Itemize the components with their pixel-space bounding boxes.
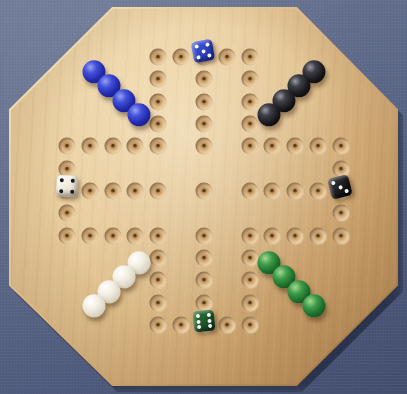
hole-track-8[interactable] <box>241 138 258 155</box>
hole-track-15[interactable] <box>332 205 349 222</box>
hole-home-left-3[interactable] <box>150 182 167 199</box>
hole-track-30[interactable] <box>150 272 167 289</box>
hole-home-bottom-0[interactable] <box>195 227 212 244</box>
hole-home-top-1[interactable] <box>195 93 212 110</box>
die-blue[interactable] <box>191 39 215 63</box>
die-pip <box>205 42 210 47</box>
hole-track-10[interactable] <box>287 138 304 155</box>
hole-track-32[interactable] <box>150 227 167 244</box>
hole-track-19[interactable] <box>264 227 281 244</box>
hole-track-25[interactable] <box>218 316 235 333</box>
hole-track-31[interactable] <box>150 249 167 266</box>
hole-track-33[interactable] <box>127 227 144 244</box>
hole-track-29[interactable] <box>150 294 167 311</box>
hole-track-34[interactable] <box>104 227 121 244</box>
marble-green-3[interactable] <box>302 295 325 318</box>
die-pip <box>196 319 200 323</box>
die-pip <box>207 312 211 316</box>
hole-track-4[interactable] <box>241 49 258 66</box>
hole-home-left-1[interactable] <box>104 182 121 199</box>
die-pip <box>71 178 75 182</box>
die-pip <box>59 178 63 182</box>
hole-home-bottom-1[interactable] <box>195 249 212 266</box>
hole-track-20[interactable] <box>241 227 258 244</box>
die-pip <box>330 180 335 185</box>
hole-track-44[interactable] <box>150 138 167 155</box>
marble-black-3[interactable] <box>258 104 281 127</box>
die-pip <box>197 325 201 329</box>
die-pip <box>345 189 350 194</box>
hole-track-0[interactable] <box>150 49 167 66</box>
hole-home-top-3[interactable] <box>195 138 212 155</box>
marble-blue-3[interactable] <box>127 104 150 127</box>
hole-track-41[interactable] <box>81 138 98 155</box>
die-green[interactable] <box>192 309 215 332</box>
photo-scene <box>0 0 407 394</box>
hole-track-21[interactable] <box>241 249 258 266</box>
die-pip <box>208 318 212 322</box>
hole-track-46[interactable] <box>150 93 167 110</box>
hole-track-6[interactable] <box>241 93 258 110</box>
die-pip <box>196 55 201 60</box>
die-pip <box>338 185 343 190</box>
hole-track-47[interactable] <box>150 71 167 88</box>
die-pip <box>208 324 212 328</box>
hole-track-40[interactable] <box>59 138 76 155</box>
hole-track-9[interactable] <box>264 138 281 155</box>
hole-home-top-0[interactable] <box>195 71 212 88</box>
hole-home-bottom-2[interactable] <box>195 272 212 289</box>
die-pip <box>70 190 74 194</box>
hole-home-right-3[interactable] <box>310 182 327 199</box>
hole-track-28[interactable] <box>150 316 167 333</box>
hole-track-24[interactable] <box>241 316 258 333</box>
hole-track-43[interactable] <box>127 138 144 155</box>
hole-home-right-1[interactable] <box>264 182 281 199</box>
hole-home-bottom-3[interactable] <box>195 294 212 311</box>
hole-track-23[interactable] <box>241 294 258 311</box>
hole-track-16[interactable] <box>332 227 349 244</box>
board-face <box>11 9 396 384</box>
hole-track-22[interactable] <box>241 272 258 289</box>
hole-track-17[interactable] <box>310 227 327 244</box>
die-pip <box>194 44 199 49</box>
aggravation-board <box>9 7 398 386</box>
hole-track-27[interactable] <box>173 316 190 333</box>
hole-track-37[interactable] <box>59 205 76 222</box>
hole-home-left-2[interactable] <box>127 182 144 199</box>
die-pip <box>195 314 199 318</box>
hole-home-top-2[interactable] <box>195 115 212 132</box>
die-pip <box>59 189 63 193</box>
hole-track-18[interactable] <box>287 227 304 244</box>
hole-home-left-0[interactable] <box>81 182 98 199</box>
hole-track-42[interactable] <box>104 138 121 155</box>
hole-track-36[interactable] <box>59 227 76 244</box>
hole-track-45[interactable] <box>150 115 167 132</box>
hole-track-5[interactable] <box>241 71 258 88</box>
hole-track-12[interactable] <box>332 138 349 155</box>
hole-center[interactable] <box>195 182 212 199</box>
hole-home-right-0[interactable] <box>241 182 258 199</box>
hole-track-7[interactable] <box>241 115 258 132</box>
die-pip <box>201 49 206 54</box>
hole-track-35[interactable] <box>81 227 98 244</box>
die-white[interactable] <box>56 175 78 197</box>
hole-track-1[interactable] <box>173 49 190 66</box>
die-black[interactable] <box>327 174 352 199</box>
hole-home-right-2[interactable] <box>287 182 304 199</box>
marble-white-3[interactable] <box>83 295 106 318</box>
hole-track-13[interactable] <box>332 160 349 177</box>
hole-track-3[interactable] <box>218 49 235 66</box>
hole-track-11[interactable] <box>310 138 327 155</box>
die-pip <box>207 53 212 58</box>
